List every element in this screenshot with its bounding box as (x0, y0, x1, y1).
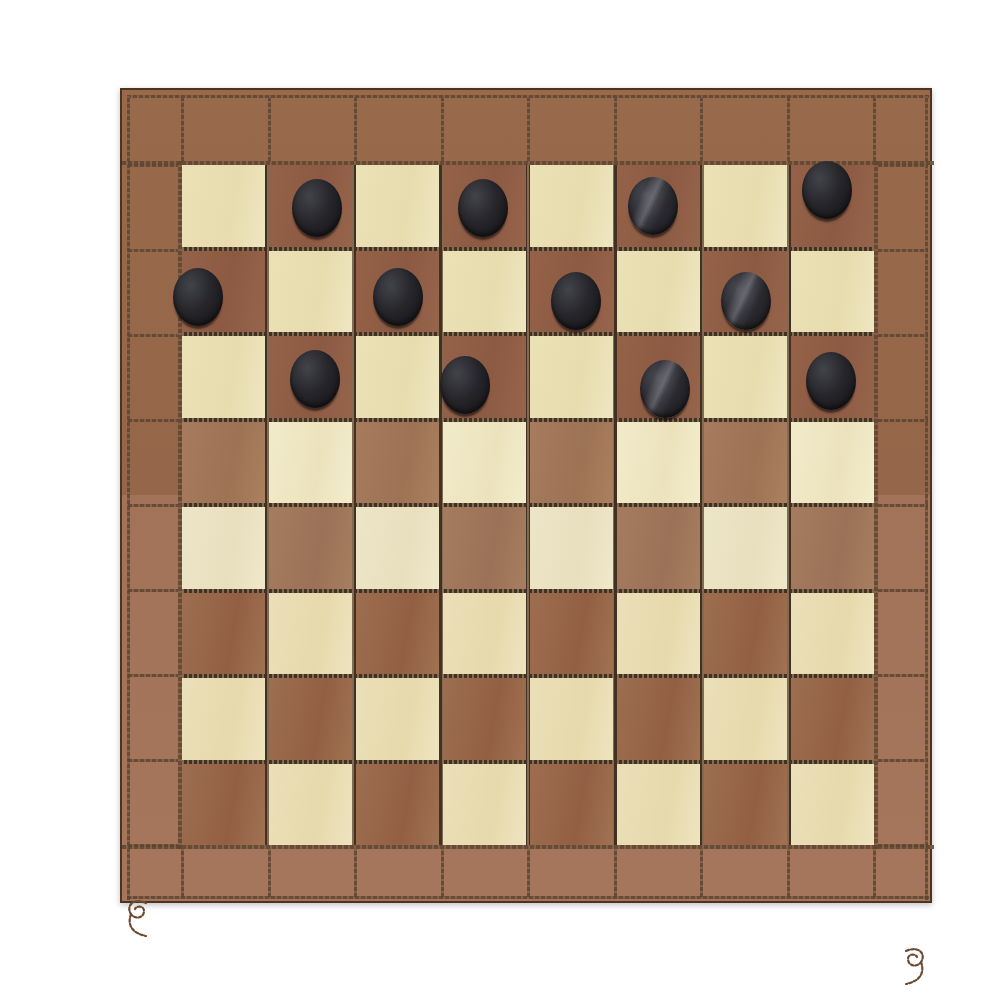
square-C1[interactable] (617, 165, 700, 247)
square-A7[interactable] (791, 678, 874, 760)
rope-border (614, 98, 617, 161)
rope-border (181, 849, 184, 897)
black-checker-A3[interactable] (806, 352, 856, 410)
rope-border (128, 334, 178, 337)
square-F2[interactable] (356, 251, 439, 333)
rope-border (441, 849, 444, 897)
square-A5[interactable] (791, 507, 874, 589)
corner-scroll-motif (122, 897, 930, 945)
black-checker-C1[interactable] (628, 177, 678, 235)
spare-black-checker-3[interactable] (0, 88, 46, 132)
square-D8[interactable] (530, 764, 613, 846)
rope-border (128, 419, 178, 422)
square-A4[interactable] (791, 422, 874, 504)
white-checker-C7[interactable] (632, 684, 682, 742)
white-checker-A7[interactable] (812, 702, 862, 760)
black-checker-A1[interactable] (802, 161, 852, 219)
square-H7[interactable] (182, 678, 265, 760)
square-E6[interactable] (443, 593, 526, 675)
rope-border (787, 849, 790, 897)
rope-border (878, 334, 928, 337)
spare-white-checker-2[interactable] (0, 178, 48, 224)
white-checker-H6[interactable] (199, 610, 249, 668)
black-checker-E1[interactable] (458, 179, 508, 237)
white-checker-B6[interactable] (725, 598, 775, 656)
black-checker-E3[interactable] (440, 356, 490, 414)
square-B4[interactable] (704, 422, 787, 504)
square-G7[interactable] (269, 678, 352, 760)
square-D3[interactable] (530, 336, 613, 418)
white-checker-F8[interactable] (375, 757, 425, 815)
rope-border (873, 849, 876, 897)
square-H5[interactable] (182, 507, 265, 589)
black-checker-D2[interactable] (551, 272, 601, 330)
white-checker-F6[interactable] (371, 608, 421, 666)
white-checker-B8[interactable] (715, 781, 765, 839)
rope-border (354, 849, 357, 897)
rope-border (878, 589, 928, 592)
white-checker-D6[interactable] (549, 618, 599, 676)
spare-white-checker-1[interactable] (0, 132, 48, 178)
rope-border (181, 98, 184, 161)
rope-border (878, 164, 928, 167)
rope-border (878, 249, 928, 252)
square-D6[interactable] (530, 593, 613, 675)
rope-border (527, 849, 530, 897)
square-C7[interactable] (617, 678, 700, 760)
spare-black-checker-2[interactable] (0, 44, 46, 88)
checkers-board: HHGGFFEEDDCCBBAA1122334455667788 (120, 88, 932, 903)
rope-border (878, 759, 928, 762)
square-F8[interactable] (356, 764, 439, 846)
black-checker-G1[interactable] (292, 179, 342, 237)
square-C4[interactable] (617, 422, 700, 504)
rope-border (268, 849, 271, 897)
square-F4[interactable] (356, 422, 439, 504)
board-grid (182, 165, 874, 845)
square-E1[interactable] (443, 165, 526, 247)
square-F1[interactable] (356, 165, 439, 247)
square-D7[interactable] (530, 678, 613, 760)
square-B7[interactable] (704, 678, 787, 760)
square-E4[interactable] (443, 422, 526, 504)
black-checker-F2[interactable] (373, 268, 423, 326)
square-C6[interactable] (617, 593, 700, 675)
rope-border (128, 589, 178, 592)
rope-border (128, 674, 178, 677)
square-F6[interactable] (356, 593, 439, 675)
photo-canvas: HHGGFFEEDDCCBBAA1122334455667788 (0, 0, 1000, 1000)
square-C8[interactable] (617, 764, 700, 846)
rope-border (527, 98, 530, 161)
square-G1[interactable] (269, 165, 352, 247)
rope-border (441, 98, 444, 161)
square-C5[interactable] (617, 507, 700, 589)
white-checker-G7[interactable] (286, 700, 336, 758)
spare-white-checker-3[interactable] (0, 224, 48, 270)
square-D1[interactable] (530, 165, 613, 247)
square-D2[interactable] (530, 251, 613, 333)
square-F5[interactable] (356, 507, 439, 589)
square-G6[interactable] (269, 593, 352, 675)
square-A1[interactable] (791, 165, 874, 247)
rope-border (700, 98, 703, 161)
spare-black-checker-1[interactable] (0, 0, 46, 44)
square-A8[interactable] (791, 764, 874, 846)
square-C3[interactable] (617, 336, 700, 418)
square-C2[interactable] (617, 251, 700, 333)
inlay-strip (122, 132, 197, 138)
rope-border (128, 249, 178, 252)
rope-border (787, 98, 790, 161)
square-G8[interactable] (269, 764, 352, 846)
square-H2[interactable] (182, 251, 265, 333)
square-D4[interactable] (530, 422, 613, 504)
square-H4[interactable] (182, 422, 265, 504)
square-F3[interactable] (356, 336, 439, 418)
square-D5[interactable] (530, 507, 613, 589)
rope-border (700, 849, 703, 897)
square-E2[interactable] (443, 251, 526, 333)
rope-border (878, 504, 928, 507)
rope-border (127, 95, 130, 900)
black-checker-C3[interactable] (640, 360, 690, 418)
black-checker-G3[interactable] (290, 350, 340, 408)
rope-border (873, 98, 876, 161)
square-B3[interactable] (704, 336, 787, 418)
rope-border (128, 504, 178, 507)
white-checker-E7[interactable] (458, 682, 508, 740)
rope-border (128, 844, 178, 847)
rope-border (878, 674, 928, 677)
square-E7[interactable] (443, 678, 526, 760)
square-H6[interactable] (182, 593, 265, 675)
square-G2[interactable] (269, 251, 352, 333)
square-H3[interactable] (182, 336, 265, 418)
square-E3[interactable] (443, 336, 526, 418)
square-B8[interactable] (704, 764, 787, 846)
black-checker-B2[interactable] (721, 272, 771, 330)
square-G4[interactable] (269, 422, 352, 504)
square-H8[interactable] (182, 764, 265, 846)
square-G3[interactable] (269, 336, 352, 418)
square-F7[interactable] (356, 678, 439, 760)
rope-border (925, 95, 928, 900)
square-B1[interactable] (704, 165, 787, 247)
square-A6[interactable] (791, 593, 874, 675)
square-H1[interactable] (182, 165, 265, 247)
rope-border (354, 98, 357, 161)
corner-scroll-motif (122, 993, 930, 1000)
square-A2[interactable] (791, 251, 874, 333)
rope-border (128, 164, 178, 167)
corner-scroll-motif (122, 945, 930, 993)
rope-border (128, 759, 178, 762)
square-B5[interactable] (704, 507, 787, 589)
rope-border (268, 98, 271, 161)
square-B6[interactable] (704, 593, 787, 675)
square-E8[interactable] (443, 764, 526, 846)
rope-border (878, 844, 928, 847)
white-checker-H8[interactable] (201, 783, 251, 841)
rope-border (878, 419, 928, 422)
white-checker-D8[interactable] (547, 785, 597, 843)
black-checker-H2[interactable] (173, 268, 223, 326)
rope-border (614, 849, 617, 897)
square-B2[interactable] (704, 251, 787, 333)
square-E5[interactable] (443, 507, 526, 589)
square-A3[interactable] (791, 336, 874, 418)
square-G5[interactable] (269, 507, 352, 589)
